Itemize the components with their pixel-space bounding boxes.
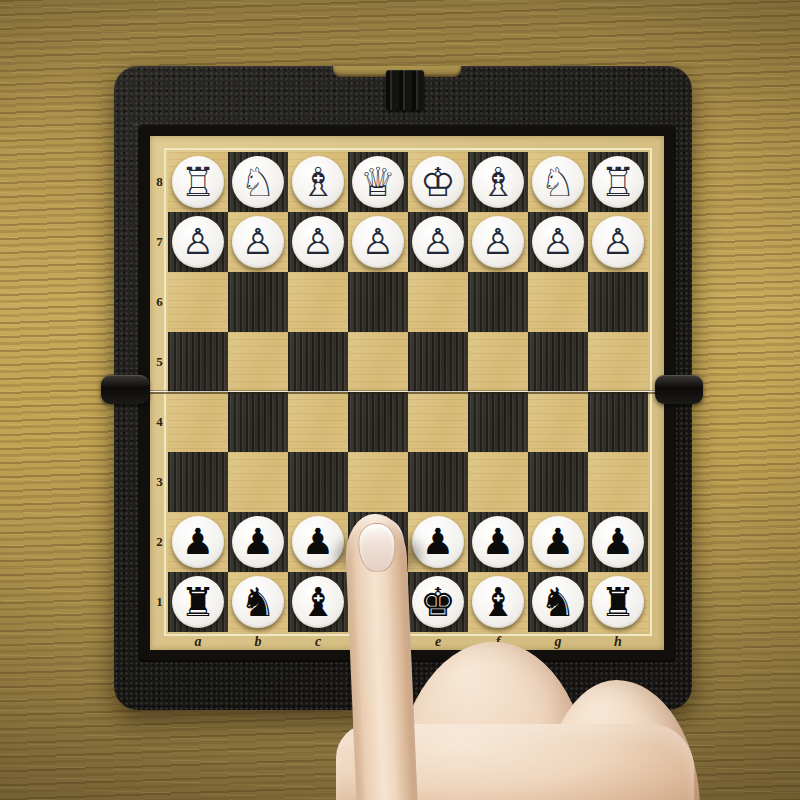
rank-label-2: 2 — [152, 512, 167, 572]
square-e1[interactable]: ♚ — [408, 572, 468, 632]
square-b8[interactable]: ♘ — [228, 152, 288, 212]
square-e4[interactable] — [408, 392, 468, 452]
square-b5[interactable] — [228, 332, 288, 392]
file-label-a: a — [168, 634, 228, 650]
square-d4[interactable] — [348, 392, 408, 452]
piece-disc-a2[interactable]: ♟ — [172, 516, 224, 568]
case-latch-clasp — [386, 70, 424, 110]
square-b6[interactable] — [228, 272, 288, 332]
square-a2[interactable]: ♟ — [168, 512, 228, 572]
square-a8[interactable]: ♖ — [168, 152, 228, 212]
square-f1[interactable]: ♝ — [468, 572, 528, 632]
piece-disc-e7[interactable]: ♙ — [412, 216, 464, 268]
piece-disc-g8[interactable]: ♘ — [532, 156, 584, 208]
square-c5[interactable] — [288, 332, 348, 392]
rank-label-5: 5 — [152, 332, 167, 392]
piece-disc-b8[interactable]: ♘ — [232, 156, 284, 208]
square-c2[interactable]: ♟ — [288, 512, 348, 572]
square-d5[interactable] — [348, 332, 408, 392]
square-h1[interactable]: ♜ — [588, 572, 648, 632]
piece-disc-a8[interactable]: ♖ — [172, 156, 224, 208]
square-a3[interactable] — [168, 452, 228, 512]
rank-label-3: 3 — [152, 452, 167, 512]
square-a7[interactable]: ♙ — [168, 212, 228, 272]
piece-disc-f8[interactable]: ♗ — [472, 156, 524, 208]
square-f7[interactable]: ♙ — [468, 212, 528, 272]
square-d7[interactable]: ♙ — [348, 212, 408, 272]
piece-disc-c1[interactable]: ♝ — [292, 576, 344, 628]
square-b2[interactable]: ♟ — [228, 512, 288, 572]
square-b3[interactable] — [228, 452, 288, 512]
square-d8[interactable]: ♕ — [348, 152, 408, 212]
square-h3[interactable] — [588, 452, 648, 512]
rank-label-8: 8 — [152, 152, 167, 212]
square-c4[interactable] — [288, 392, 348, 452]
square-a6[interactable] — [168, 272, 228, 332]
square-f6[interactable] — [468, 272, 528, 332]
piece-disc-h2[interactable]: ♟ — [592, 516, 644, 568]
piece-disc-d7[interactable]: ♙ — [352, 216, 404, 268]
piece-disc-f1[interactable]: ♝ — [472, 576, 524, 628]
photo-scene: { "game": "chess", "scene": "Overhead ph… — [0, 0, 800, 800]
square-g5[interactable] — [528, 332, 588, 392]
square-a4[interactable] — [168, 392, 228, 452]
square-e5[interactable] — [408, 332, 468, 392]
piece-disc-g1[interactable]: ♞ — [532, 576, 584, 628]
square-h8[interactable]: ♖ — [588, 152, 648, 212]
piece-disc-c8[interactable]: ♗ — [292, 156, 344, 208]
piece-disc-b2[interactable]: ♟ — [232, 516, 284, 568]
piece-disc-e1[interactable]: ♚ — [412, 576, 464, 628]
piece-disc-a1[interactable]: ♜ — [172, 576, 224, 628]
piece-disc-d8[interactable]: ♕ — [352, 156, 404, 208]
square-e3[interactable] — [408, 452, 468, 512]
square-c1[interactable]: ♝ — [288, 572, 348, 632]
square-h4[interactable] — [588, 392, 648, 452]
piece-disc-b1[interactable]: ♞ — [232, 576, 284, 628]
file-label-g: g — [528, 634, 588, 650]
square-f5[interactable] — [468, 332, 528, 392]
rank-label-4: 4 — [152, 392, 167, 452]
piece-disc-c7[interactable]: ♙ — [292, 216, 344, 268]
square-g3[interactable] — [528, 452, 588, 512]
square-b1[interactable]: ♞ — [228, 572, 288, 632]
square-h7[interactable]: ♙ — [588, 212, 648, 272]
square-a1[interactable]: ♜ — [168, 572, 228, 632]
piece-disc-f2[interactable]: ♟ — [472, 516, 524, 568]
square-e8[interactable]: ♔ — [408, 152, 468, 212]
piece-disc-f7[interactable]: ♙ — [472, 216, 524, 268]
square-f4[interactable] — [468, 392, 528, 452]
piece-disc-a7[interactable]: ♙ — [172, 216, 224, 268]
square-h5[interactable] — [588, 332, 648, 392]
square-a5[interactable] — [168, 332, 228, 392]
file-label-e: e — [408, 634, 468, 650]
piece-disc-b7[interactable]: ♙ — [232, 216, 284, 268]
square-b7[interactable]: ♙ — [228, 212, 288, 272]
square-e7[interactable]: ♙ — [408, 212, 468, 272]
square-g2[interactable]: ♟ — [528, 512, 588, 572]
rank-label-1: 1 — [152, 572, 167, 632]
piece-disc-e8[interactable]: ♔ — [412, 156, 464, 208]
square-h2[interactable]: ♟ — [588, 512, 648, 572]
square-d3[interactable] — [348, 452, 408, 512]
square-g7[interactable]: ♙ — [528, 212, 588, 272]
square-c7[interactable]: ♙ — [288, 212, 348, 272]
hinge-knuckle-right — [655, 375, 703, 404]
rank-label-7: 7 — [152, 212, 167, 272]
square-d6[interactable] — [348, 272, 408, 332]
square-h6[interactable] — [588, 272, 648, 332]
square-c6[interactable] — [288, 272, 348, 332]
piece-disc-c2[interactable]: ♟ — [292, 516, 344, 568]
hinge-knuckle-left — [101, 375, 149, 404]
square-g4[interactable] — [528, 392, 588, 452]
file-label-b: b — [228, 634, 288, 650]
file-label-h: h — [588, 634, 648, 650]
file-label-c: c — [288, 634, 348, 650]
piece-disc-h8[interactable]: ♖ — [592, 156, 644, 208]
square-f8[interactable]: ♗ — [468, 152, 528, 212]
square-e6[interactable] — [408, 272, 468, 332]
piece-disc-h7[interactable]: ♙ — [592, 216, 644, 268]
square-c3[interactable] — [288, 452, 348, 512]
square-f3[interactable] — [468, 452, 528, 512]
piece-disc-g7[interactable]: ♙ — [532, 216, 584, 268]
square-g1[interactable]: ♞ — [528, 572, 588, 632]
piece-disc-h1[interactable]: ♜ — [592, 576, 644, 628]
fingernail — [357, 522, 396, 573]
square-f2[interactable]: ♟ — [468, 512, 528, 572]
square-b4[interactable] — [228, 392, 288, 452]
square-c8[interactable]: ♗ — [288, 152, 348, 212]
square-g6[interactable] — [528, 272, 588, 332]
piece-disc-g2[interactable]: ♟ — [532, 516, 584, 568]
rank-label-6: 6 — [152, 272, 167, 332]
board-fold-line — [150, 390, 664, 394]
square-g8[interactable]: ♘ — [528, 152, 588, 212]
